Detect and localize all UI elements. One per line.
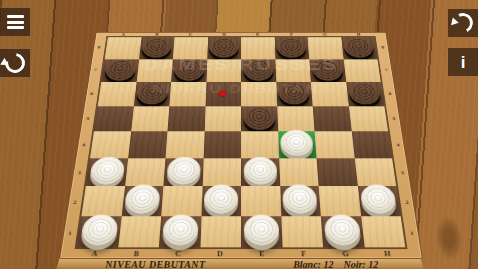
square-G4[interactable] xyxy=(315,131,355,158)
black-piece-D8[interactable] xyxy=(209,36,239,57)
white-piece-G1[interactable] xyxy=(323,214,361,245)
square-D6[interactable] xyxy=(205,82,241,106)
square-A2[interactable] xyxy=(81,186,124,216)
square-C2[interactable] xyxy=(161,186,202,216)
square-H5[interactable] xyxy=(348,106,388,131)
square-G1[interactable] xyxy=(321,216,364,247)
square-H2[interactable] xyxy=(357,186,400,216)
square-E1[interactable] xyxy=(241,216,282,247)
square-E7[interactable] xyxy=(241,59,276,82)
square-C7[interactable] xyxy=(171,59,207,82)
square-G3[interactable] xyxy=(317,158,358,186)
square-A5[interactable] xyxy=(94,106,134,131)
square-G8[interactable] xyxy=(308,37,344,59)
square-B4[interactable] xyxy=(128,131,168,158)
black-piece-C7[interactable] xyxy=(174,58,205,81)
file-label-E: E xyxy=(241,249,283,258)
level-label: NIVEAU DEBUTANT xyxy=(100,259,210,269)
white-piece-C3[interactable] xyxy=(166,157,201,185)
square-E5[interactable] xyxy=(241,106,278,131)
file-label-H: H xyxy=(366,249,409,258)
white-score: Blanc: 12 xyxy=(293,259,333,269)
info-icon: i xyxy=(461,54,466,71)
square-F1[interactable] xyxy=(281,216,323,247)
board-grid xyxy=(74,36,407,249)
black-score: Noir: 12 xyxy=(343,259,378,269)
square-D7[interactable] xyxy=(206,59,241,82)
file-label-F: F xyxy=(283,249,325,258)
square-E8[interactable] xyxy=(241,37,275,59)
white-piece-D2[interactable] xyxy=(204,185,239,214)
square-H7[interactable] xyxy=(343,59,380,82)
square-C5[interactable] xyxy=(167,106,205,131)
square-G6[interactable] xyxy=(311,82,349,106)
square-E2[interactable] xyxy=(241,186,281,216)
square-H3[interactable] xyxy=(354,158,396,186)
white-piece-F4[interactable] xyxy=(280,130,314,156)
menu-button[interactable] xyxy=(0,8,30,36)
square-C6[interactable] xyxy=(169,82,206,106)
square-D8[interactable] xyxy=(207,37,241,59)
square-D1[interactable] xyxy=(200,216,241,247)
black-piece-E5[interactable] xyxy=(243,105,275,130)
square-A4[interactable] xyxy=(90,131,131,158)
square-D2[interactable] xyxy=(201,186,241,216)
file-label-A: A xyxy=(73,249,116,258)
white-piece-C1[interactable] xyxy=(162,214,199,245)
square-A6[interactable] xyxy=(98,82,137,106)
square-F6[interactable] xyxy=(276,82,313,106)
square-B8[interactable] xyxy=(139,37,175,59)
black-piece-H6[interactable] xyxy=(348,81,382,105)
restart-button[interactable] xyxy=(0,49,30,77)
square-G2[interactable] xyxy=(319,186,361,216)
square-G7[interactable] xyxy=(309,59,346,82)
undo-button[interactable] xyxy=(448,9,478,37)
square-H8[interactable] xyxy=(341,37,378,59)
file-label-C: C xyxy=(157,249,199,258)
file-label-B: B xyxy=(115,249,158,258)
black-piece-F6[interactable] xyxy=(278,81,310,105)
square-C8[interactable] xyxy=(173,37,208,59)
square-C1[interactable] xyxy=(159,216,201,247)
square-B5[interactable] xyxy=(131,106,170,131)
black-piece-H8[interactable] xyxy=(343,36,375,57)
info-button[interactable]: i xyxy=(448,48,478,76)
square-D4[interactable] xyxy=(203,131,241,158)
file-label-G: G xyxy=(324,249,367,258)
square-B3[interactable] xyxy=(125,158,166,186)
last-move-dot xyxy=(219,91,227,97)
square-F8[interactable] xyxy=(274,37,309,59)
undo-arrow-icon xyxy=(450,10,475,35)
square-B1[interactable] xyxy=(118,216,161,247)
square-E6[interactable] xyxy=(241,82,277,106)
square-H4[interactable] xyxy=(351,131,392,158)
wood-knot xyxy=(434,215,464,261)
board-front-face: NIVEAU DEBUTANT Blanc: 12 Noir: 12 xyxy=(56,258,424,269)
square-D3[interactable] xyxy=(202,158,241,186)
square-E4[interactable] xyxy=(241,131,279,158)
hamburger-icon xyxy=(7,15,24,29)
file-label-D: D xyxy=(199,249,241,258)
square-F3[interactable] xyxy=(279,158,319,186)
app-screen: NIVEAU DEBUTANT Blanc: 12 Noir: 12 87654… xyxy=(0,0,478,269)
square-B6[interactable] xyxy=(134,82,172,106)
square-A3[interactable] xyxy=(86,158,128,186)
white-piece-E1[interactable] xyxy=(244,214,280,245)
square-F7[interactable] xyxy=(275,59,311,82)
white-piece-B2[interactable] xyxy=(124,185,161,214)
square-A8[interactable] xyxy=(105,37,142,59)
black-piece-A7[interactable] xyxy=(104,58,137,81)
score-labels: Blanc: 12 Noir: 12 xyxy=(269,259,401,269)
square-H1[interactable] xyxy=(361,216,406,247)
black-piece-B6[interactable] xyxy=(136,81,169,105)
square-C3[interactable] xyxy=(163,158,203,186)
white-piece-E3[interactable] xyxy=(243,157,277,185)
square-D5[interactable] xyxy=(204,106,241,131)
white-piece-H2[interactable] xyxy=(360,185,398,214)
square-A7[interactable] xyxy=(101,59,138,82)
square-B7[interactable] xyxy=(136,59,173,82)
square-A1[interactable] xyxy=(77,216,122,247)
white-piece-F2[interactable] xyxy=(282,185,318,214)
square-G5[interactable] xyxy=(313,106,352,131)
square-C4[interactable] xyxy=(165,131,204,158)
black-piece-G7[interactable] xyxy=(311,58,343,81)
rotate-ccw-icon xyxy=(1,49,29,77)
square-B2[interactable] xyxy=(121,186,163,216)
square-F5[interactable] xyxy=(277,106,315,131)
file-labels-bottom: ABCDEFGH xyxy=(73,249,409,258)
white-piece-A3[interactable] xyxy=(89,157,126,185)
square-E3[interactable] xyxy=(241,158,280,186)
white-piece-A1[interactable] xyxy=(80,214,119,245)
checkers-board: 87654321 87654321 ABCDEFGH ABCDEFGH DAME… xyxy=(59,32,423,259)
square-F2[interactable] xyxy=(280,186,321,216)
black-piece-E7[interactable] xyxy=(243,58,273,81)
square-H6[interactable] xyxy=(346,82,385,106)
square-F4[interactable] xyxy=(278,131,317,158)
black-piece-F8[interactable] xyxy=(276,36,306,57)
black-piece-B8[interactable] xyxy=(141,36,172,57)
